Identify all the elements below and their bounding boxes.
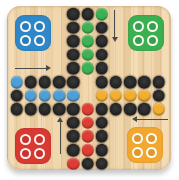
track-hole-r6c3[interactable] [39, 76, 52, 89]
arrowhead-left-icon [132, 116, 137, 122]
yard-red-bottom-left [15, 128, 51, 164]
arrowhead-right-icon [46, 65, 51, 71]
red-peg-r8c6[interactable] [81, 103, 94, 116]
yellow-peg-r7c8[interactable] [110, 89, 123, 102]
blue-peg-r6c1[interactable] [10, 76, 23, 89]
track-hole-r6c9[interactable] [124, 76, 137, 89]
track-hole-r10c5[interactable] [67, 130, 80, 143]
track-hole-r8c8[interactable] [110, 103, 123, 116]
blue-peg-r7c4[interactable] [53, 89, 66, 102]
track-hole-r8c7[interactable] [95, 103, 108, 116]
direction-arrow-left-bottom-right [137, 119, 168, 120]
track-hole-r8c10[interactable] [138, 103, 151, 116]
track-hole-r7c1[interactable] [10, 89, 23, 102]
track-hole-r2c5[interactable] [67, 21, 80, 34]
yard-slot-red-4[interactable] [34, 148, 45, 159]
track-hole-r6c5[interactable] [67, 76, 80, 89]
red-peg-r9c6[interactable] [81, 117, 94, 130]
track-hole-r8c2[interactable] [24, 103, 37, 116]
track-hole-r12c7[interactable] [95, 157, 108, 170]
track-hole-r10c7[interactable] [95, 130, 108, 143]
green-peg-r4c6[interactable] [81, 49, 94, 62]
track-hole-r6c7[interactable] [95, 76, 108, 89]
track-hole-r8c3[interactable] [39, 103, 52, 116]
green-peg-r5c6[interactable] [81, 62, 94, 75]
yard-slot-green-4[interactable] [147, 35, 158, 46]
blue-peg-r7c2[interactable] [24, 89, 37, 102]
track-hole-r4c5[interactable] [67, 49, 80, 62]
track-hole-r11c5[interactable] [67, 144, 80, 157]
yard-slot-red-3[interactable] [20, 148, 31, 159]
red-peg-r12c5[interactable] [67, 157, 80, 170]
yard-slot-yellow-4[interactable] [146, 147, 157, 158]
yard-yellow-bottom-right [127, 127, 163, 163]
red-peg-r11c6[interactable] [81, 144, 94, 157]
track-hole-r8c4[interactable] [53, 103, 66, 116]
track-hole-r8c9[interactable] [124, 103, 137, 116]
track-hole-r7c11[interactable] [152, 89, 165, 102]
track-hole-r11c7[interactable] [95, 144, 108, 157]
track-hole-r6c2[interactable] [24, 76, 37, 89]
track-hole-r6c8[interactable] [110, 76, 123, 89]
green-peg-r2c6[interactable] [81, 21, 94, 34]
yard-blue-top-left [15, 15, 51, 51]
yard-slot-green-1[interactable] [133, 21, 144, 32]
direction-arrow-right-left [15, 68, 46, 69]
track-hole-r4c7[interactable] [95, 49, 108, 62]
direction-arrow-down-top-right [114, 10, 115, 37]
track-hole-r8c1[interactable] [10, 103, 23, 116]
track-hole-r2c7[interactable] [95, 21, 108, 34]
yard-slot-blue-4[interactable] [34, 35, 45, 46]
yard-slot-green-3[interactable] [133, 35, 144, 46]
yard-slot-green-2[interactable] [147, 21, 158, 32]
track-hole-r9c5[interactable] [67, 117, 80, 130]
ludo-board [7, 6, 171, 170]
yard-green-top-right [128, 15, 164, 51]
yard-slot-red-1[interactable] [20, 134, 31, 145]
photo-stage [0, 0, 179, 180]
track-hole-r8c5[interactable] [67, 103, 80, 116]
green-peg-r1c7[interactable] [95, 8, 108, 21]
yellow-peg-r8c11[interactable] [152, 103, 165, 116]
yellow-peg-r7c10[interactable] [138, 89, 151, 102]
track-hole-r5c7[interactable] [95, 62, 108, 75]
track-hole-r12c6[interactable] [81, 157, 94, 170]
blue-peg-r7c5[interactable] [67, 89, 80, 102]
track-hole-r3c7[interactable] [95, 35, 108, 48]
track-hole-r1c5[interactable] [67, 8, 80, 21]
track-hole-r6c10[interactable] [138, 76, 151, 89]
blue-peg-r7c3[interactable] [39, 89, 52, 102]
arrowhead-down-icon [112, 37, 118, 42]
yellow-peg-r7c7[interactable] [95, 89, 108, 102]
track-hole-r6c4[interactable] [53, 76, 66, 89]
track-hole-r3c5[interactable] [67, 35, 80, 48]
yard-slot-yellow-1[interactable] [132, 133, 143, 144]
track-hole-r1c6[interactable] [81, 8, 94, 21]
yard-slot-yellow-2[interactable] [146, 133, 157, 144]
track-hole-r9c7[interactable] [95, 117, 108, 130]
yard-slot-yellow-3[interactable] [132, 147, 143, 158]
yellow-peg-r7c9[interactable] [124, 89, 137, 102]
track-hole-r6c11[interactable] [152, 76, 165, 89]
arrowhead-up-icon [57, 117, 63, 122]
yard-slot-red-2[interactable] [34, 134, 45, 145]
yard-slot-blue-2[interactable] [34, 21, 45, 32]
track-hole-r5c5[interactable] [67, 62, 80, 75]
yard-slot-blue-1[interactable] [20, 21, 31, 32]
green-peg-r3c6[interactable] [81, 35, 94, 48]
direction-arrow-up-bottom-left [60, 122, 61, 154]
yard-slot-blue-3[interactable] [20, 35, 31, 46]
red-peg-r10c6[interactable] [81, 130, 94, 143]
